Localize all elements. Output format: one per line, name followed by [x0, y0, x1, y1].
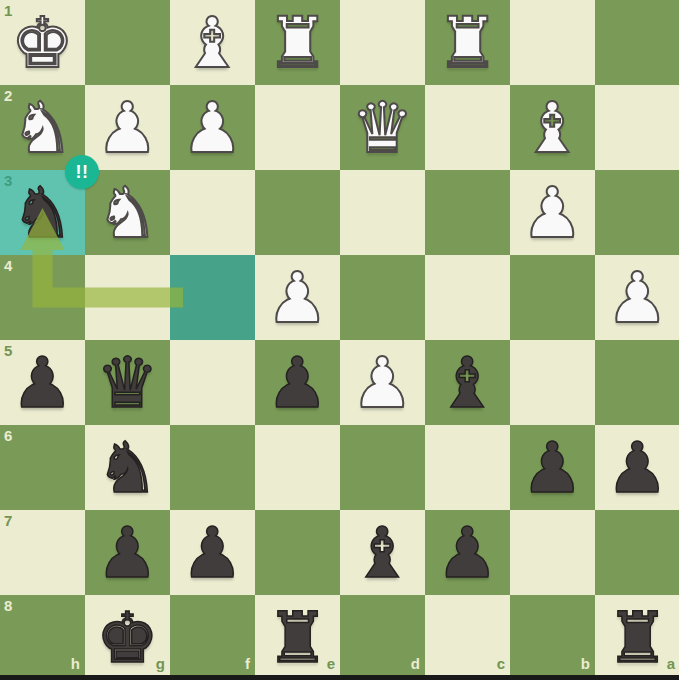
square-f5[interactable]: [170, 340, 255, 425]
square-e5[interactable]: ♟: [255, 340, 340, 425]
white-pawn[interactable]: ♟: [595, 255, 679, 340]
file-label-f: f: [245, 655, 250, 672]
square-e7[interactable]: [255, 510, 340, 595]
square-g7[interactable]: ♟: [85, 510, 170, 595]
square-h7[interactable]: 7: [0, 510, 85, 595]
chess-board: 1♚♝♜♜2♞♟♟♛♝3♞♞♟4♟♟5♟♛♟♟♝6♞♟♟7♟♟♝♟8hg♚fe♜…: [0, 0, 679, 680]
rank-label-4: 4: [4, 257, 12, 274]
black-rook[interactable]: ♜: [595, 595, 679, 680]
square-g2[interactable]: ♟: [85, 85, 170, 170]
white-queen[interactable]: ♛: [340, 85, 425, 170]
square-b3[interactable]: ♟: [510, 170, 595, 255]
black-king[interactable]: ♚: [85, 595, 170, 680]
square-a6[interactable]: ♟: [595, 425, 679, 510]
square-f3[interactable]: [170, 170, 255, 255]
square-a2[interactable]: [595, 85, 679, 170]
white-knight[interactable]: ♞: [85, 170, 170, 255]
file-label-b: b: [581, 655, 590, 672]
square-f2[interactable]: ♟: [170, 85, 255, 170]
brilliant-move-badge-text: !!: [76, 162, 89, 183]
black-bishop[interactable]: ♝: [340, 510, 425, 595]
square-f8[interactable]: f: [170, 595, 255, 680]
brilliant-move-badge: !!: [65, 155, 99, 189]
file-label-h: h: [71, 655, 80, 672]
square-c3[interactable]: [425, 170, 510, 255]
square-e8[interactable]: e♜: [255, 595, 340, 680]
square-a3[interactable]: [595, 170, 679, 255]
square-e4[interactable]: ♟: [255, 255, 340, 340]
file-label-d: d: [411, 655, 420, 672]
square-b5[interactable]: [510, 340, 595, 425]
square-e6[interactable]: [255, 425, 340, 510]
black-rook[interactable]: ♜: [255, 595, 340, 680]
square-a5[interactable]: [595, 340, 679, 425]
white-pawn[interactable]: ♟: [85, 85, 170, 170]
square-b1[interactable]: [510, 0, 595, 85]
bottom-bar: [0, 675, 679, 680]
black-pawn[interactable]: ♟: [255, 340, 340, 425]
black-pawn[interactable]: ♟: [425, 510, 510, 595]
square-c6[interactable]: [425, 425, 510, 510]
black-pawn[interactable]: ♟: [595, 425, 679, 510]
square-d1[interactable]: [340, 0, 425, 85]
white-bishop[interactable]: ♝: [170, 0, 255, 85]
black-pawn[interactable]: ♟: [85, 510, 170, 595]
square-c4[interactable]: [425, 255, 510, 340]
square-f6[interactable]: [170, 425, 255, 510]
square-b2[interactable]: ♝: [510, 85, 595, 170]
white-pawn[interactable]: ♟: [340, 340, 425, 425]
square-e2[interactable]: [255, 85, 340, 170]
square-h8[interactable]: 8h: [0, 595, 85, 680]
square-g4[interactable]: [85, 255, 170, 340]
square-d4[interactable]: [340, 255, 425, 340]
square-f4[interactable]: [170, 255, 255, 340]
square-g8[interactable]: g♚: [85, 595, 170, 680]
square-g6[interactable]: ♞: [85, 425, 170, 510]
square-c8[interactable]: c: [425, 595, 510, 680]
square-d7[interactable]: ♝: [340, 510, 425, 595]
square-c1[interactable]: ♜: [425, 0, 510, 85]
rank-label-7: 7: [4, 512, 12, 529]
rank-label-8: 8: [4, 597, 12, 614]
white-rook[interactable]: ♜: [425, 0, 510, 85]
board-grid: 1♚♝♜♜2♞♟♟♛♝3♞♞♟4♟♟5♟♛♟♟♝6♞♟♟7♟♟♝♟8hg♚fe♜…: [0, 0, 679, 680]
square-g3[interactable]: ♞: [85, 170, 170, 255]
black-knight[interactable]: ♞: [85, 425, 170, 510]
file-label-c: c: [497, 655, 505, 672]
square-c5[interactable]: ♝: [425, 340, 510, 425]
square-h6[interactable]: 6: [0, 425, 85, 510]
square-h5[interactable]: 5♟: [0, 340, 85, 425]
square-e1[interactable]: ♜: [255, 0, 340, 85]
square-f7[interactable]: ♟: [170, 510, 255, 595]
square-h1[interactable]: 1♚: [0, 0, 85, 85]
square-b7[interactable]: [510, 510, 595, 595]
black-pawn[interactable]: ♟: [170, 510, 255, 595]
square-d5[interactable]: ♟: [340, 340, 425, 425]
black-pawn[interactable]: ♟: [0, 340, 85, 425]
square-b8[interactable]: b: [510, 595, 595, 680]
square-d2[interactable]: ♛: [340, 85, 425, 170]
square-a7[interactable]: [595, 510, 679, 595]
white-pawn[interactable]: ♟: [170, 85, 255, 170]
square-b6[interactable]: ♟: [510, 425, 595, 510]
square-c2[interactable]: [425, 85, 510, 170]
square-e3[interactable]: [255, 170, 340, 255]
square-g5[interactable]: ♛: [85, 340, 170, 425]
white-pawn[interactable]: ♟: [255, 255, 340, 340]
white-rook[interactable]: ♜: [255, 0, 340, 85]
square-d6[interactable]: [340, 425, 425, 510]
square-h4[interactable]: 4: [0, 255, 85, 340]
square-a4[interactable]: ♟: [595, 255, 679, 340]
white-pawn[interactable]: ♟: [510, 170, 595, 255]
square-a1[interactable]: [595, 0, 679, 85]
black-queen[interactable]: ♛: [85, 340, 170, 425]
square-f1[interactable]: ♝: [170, 0, 255, 85]
rank-label-6: 6: [4, 427, 12, 444]
white-king[interactable]: ♚: [0, 0, 85, 85]
square-a8[interactable]: a♜: [595, 595, 679, 680]
square-c7[interactable]: ♟: [425, 510, 510, 595]
black-bishop[interactable]: ♝: [425, 340, 510, 425]
square-b4[interactable]: [510, 255, 595, 340]
square-d8[interactable]: d: [340, 595, 425, 680]
square-g1[interactable]: [85, 0, 170, 85]
white-bishop[interactable]: ♝: [510, 85, 595, 170]
square-d3[interactable]: [340, 170, 425, 255]
black-pawn[interactable]: ♟: [510, 425, 595, 510]
